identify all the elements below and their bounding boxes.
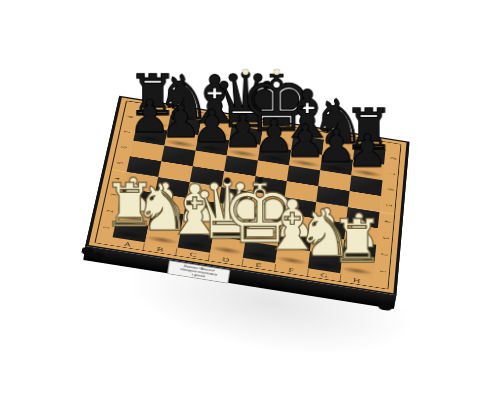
piece-white-rook-h1: ♜ (330, 211, 383, 271)
photo-background: Шахматы «Айвенго» обиходные пластиковые … (0, 0, 500, 400)
scene: Шахматы «Айвенго» обиходные пластиковые … (0, 0, 500, 400)
hinge-knob (93, 252, 105, 261)
piece-black-pawn-h7: ♟ (347, 128, 388, 173)
label-line: с доской (192, 272, 206, 278)
finial-dot (257, 177, 263, 183)
corner-foot (378, 302, 393, 311)
finial-dot (273, 69, 279, 75)
board-squares: ♜♞♝♛♚♝♞♜♟♟♟♟♟♟♟♟♟♟♟♟♟♟♟♟♜♞♝♛♚♝♞♜ (113, 110, 386, 278)
chess-board: Шахматы «Айвенго» обиходные пластиковые … (85, 96, 409, 296)
